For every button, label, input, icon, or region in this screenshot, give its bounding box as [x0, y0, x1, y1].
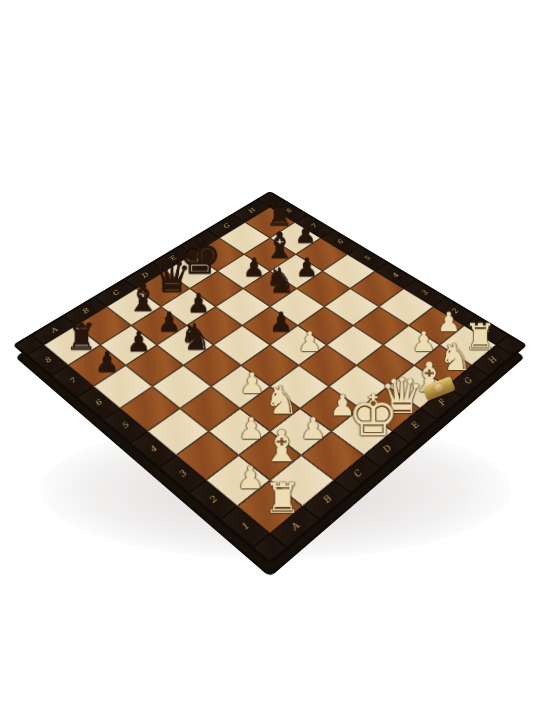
file-label-bottom-label: A — [289, 521, 302, 532]
rank-label-left-label: 2 — [207, 495, 219, 505]
file-label-bottom-label: D — [380, 444, 393, 454]
file-label-bottom-label: B — [321, 495, 334, 505]
piece-black-pawn[interactable]: ♟ — [269, 309, 293, 336]
rank-label-left-label: 1 — [239, 522, 251, 532]
piece-black-knight[interactable]: ♞ — [179, 319, 212, 355]
rank-label-left-label: 3 — [177, 469, 189, 478]
rank-label-left-label: 8 — [42, 356, 52, 364]
file-label-bottom-label: F — [436, 399, 448, 407]
piece-white-rook[interactable]: ♜ — [264, 478, 302, 520]
file-label-bottom-label: H — [486, 356, 498, 365]
rank-label-left-label: 5 — [120, 421, 131, 430]
piece-black-pawn[interactable]: ♟ — [127, 328, 151, 355]
piece-white-pawn[interactable]: ♟ — [412, 328, 436, 355]
piece-black-knight[interactable]: ♞ — [265, 264, 296, 298]
file-label-bottom-label: C — [351, 469, 364, 479]
file-label-bottom-label: E — [409, 421, 421, 430]
file-label-bottom-label: G — [462, 377, 474, 386]
piece-white-pawn[interactable]: ♟ — [300, 414, 326, 444]
piece-white-pawn[interactable]: ♟ — [239, 369, 264, 397]
board-scene: ABCDEFGH8♜♝♛♚♜87♟♟♟♟♟♝♟76♞♞♟65♟54♟♟43♟♞3… — [0, 0, 540, 720]
rank-label-left-label: 7 — [67, 377, 77, 385]
piece-black-pawn[interactable]: ♟ — [187, 290, 210, 316]
piece-black-bishop[interactable]: ♝ — [264, 227, 296, 263]
rank-label-right-label: 5 — [362, 255, 372, 261]
piece-white-pawn[interactable]: ♟ — [298, 328, 322, 355]
file-label-top-label: A — [49, 327, 60, 334]
piece-white-king[interactable]: ♚ — [348, 387, 399, 444]
rank-label-right-label: 4 — [390, 272, 400, 278]
piece-black-bishop[interactable]: ♝ — [126, 279, 160, 317]
rank-label-left-label: 4 — [148, 445, 159, 454]
file-label-top-label: G — [221, 223, 231, 229]
piece-white-pawn[interactable]: ♟ — [237, 462, 265, 493]
file-label-top-label: H — [246, 208, 256, 214]
photo-canvas: ABCDEFGH8♜♝♛♚♜87♟♟♟♟♟♝♟76♞♞♟65♟54♟♟43♟♞3… — [0, 0, 540, 720]
piece-black-rook[interactable]: ♜ — [65, 319, 98, 355]
piece-white-pawn[interactable]: ♟ — [238, 414, 264, 444]
file-label-top-label: B — [80, 308, 90, 315]
piece-black-pawn[interactable]: ♟ — [243, 255, 266, 280]
file-label-top-label: C — [110, 289, 121, 296]
piece-white-knight[interactable]: ♞ — [264, 382, 299, 421]
piece-black-pawn[interactable]: ♟ — [296, 255, 319, 280]
piece-black-pawn[interactable]: ♟ — [157, 309, 181, 336]
piece-white-pawn[interactable]: ♟ — [437, 309, 461, 336]
rank-label-right-label: 3 — [419, 290, 429, 297]
rank-label-left-label: 6 — [93, 399, 104, 407]
rank-label-right-label: 6 — [335, 239, 344, 245]
piece-white-bishop[interactable]: ♝ — [262, 424, 301, 468]
piece-black-pawn[interactable]: ♟ — [295, 222, 317, 246]
piece-black-pawn[interactable]: ♟ — [95, 348, 120, 376]
